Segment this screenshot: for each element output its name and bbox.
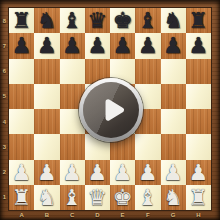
file-label-c: C — [60, 210, 85, 220]
square-a1: ♜ — [9, 185, 34, 210]
piece-black-pawn: ♟ — [163, 33, 183, 58]
square-b2: ♟ — [34, 160, 59, 185]
square-h4 — [186, 109, 211, 134]
square-f1: ♝ — [135, 185, 160, 210]
play-icon — [97, 94, 129, 126]
piece-white-pawn: ♟ — [37, 160, 57, 185]
square-b4 — [34, 109, 59, 134]
square-a8: ♜ — [9, 8, 34, 33]
chess-video-thumbnail: ♜♞♝♛♚♝♞♜♟♟♟♟♟♟♟♟♟♟♟♟♟♟♟♟♜♞♝♛♚♝♞♜ 8765432… — [0, 0, 220, 220]
piece-black-pawn: ♟ — [62, 33, 82, 58]
piece-black-pawn: ♟ — [12, 33, 32, 58]
piece-white-pawn: ♟ — [12, 160, 32, 185]
square-e8: ♚ — [110, 8, 135, 33]
square-g2: ♟ — [161, 160, 186, 185]
square-h8: ♜ — [186, 8, 211, 33]
piece-white-queen: ♛ — [88, 185, 108, 210]
square-a6 — [9, 59, 34, 84]
square-h5 — [186, 84, 211, 109]
rank-label-4: 4 — [0, 109, 9, 134]
square-e2: ♟ — [110, 160, 135, 185]
piece-white-pawn: ♟ — [189, 160, 209, 185]
piece-white-pawn: ♟ — [163, 160, 183, 185]
square-g6 — [161, 59, 186, 84]
piece-black-pawn: ♟ — [113, 33, 133, 58]
rank-label-6: 6 — [0, 59, 9, 84]
piece-black-pawn: ♟ — [189, 33, 209, 58]
rank-label-5: 5 — [0, 84, 9, 109]
play-button-face — [83, 82, 139, 138]
piece-black-rook: ♜ — [189, 8, 209, 33]
square-a7: ♟ — [9, 33, 34, 58]
square-f8: ♝ — [135, 8, 160, 33]
square-a5 — [9, 84, 34, 109]
square-e7: ♟ — [110, 33, 135, 58]
piece-black-queen: ♛ — [88, 8, 108, 33]
square-b5 — [34, 84, 59, 109]
square-d8: ♛ — [85, 8, 110, 33]
square-h6 — [186, 59, 211, 84]
square-c7: ♟ — [60, 33, 85, 58]
square-c2: ♟ — [60, 160, 85, 185]
file-label-d: D — [85, 210, 110, 220]
square-a4 — [9, 109, 34, 134]
square-b3 — [34, 134, 59, 159]
piece-white-rook: ♜ — [12, 185, 32, 210]
square-b7: ♟ — [34, 33, 59, 58]
piece-black-pawn: ♟ — [138, 33, 158, 58]
square-c3 — [60, 134, 85, 159]
rank-label-2: 2 — [0, 160, 9, 185]
square-g3 — [161, 134, 186, 159]
file-label-a: A — [9, 210, 34, 220]
square-c8: ♝ — [60, 8, 85, 33]
piece-white-king: ♚ — [113, 185, 133, 210]
piece-black-king: ♚ — [113, 8, 133, 33]
square-a3 — [9, 134, 34, 159]
piece-white-pawn: ♟ — [138, 160, 158, 185]
piece-white-pawn: ♟ — [62, 160, 82, 185]
rank-label-8: 8 — [0, 8, 9, 33]
rank-label-1: 1 — [0, 185, 9, 210]
piece-white-knight: ♞ — [37, 185, 57, 210]
square-g8: ♞ — [161, 8, 186, 33]
square-d2: ♟ — [85, 160, 110, 185]
rank-label-3: 3 — [0, 134, 9, 159]
rank-label-7: 7 — [0, 33, 9, 58]
piece-white-pawn: ♟ — [88, 160, 108, 185]
square-h3 — [186, 134, 211, 159]
piece-black-bishop: ♝ — [62, 8, 82, 33]
piece-black-pawn: ♟ — [88, 33, 108, 58]
square-b1: ♞ — [34, 185, 59, 210]
piece-white-rook: ♜ — [189, 185, 209, 210]
square-h1: ♜ — [186, 185, 211, 210]
piece-black-knight: ♞ — [163, 8, 183, 33]
square-g1: ♞ — [161, 185, 186, 210]
file-label-h: H — [186, 210, 211, 220]
square-c1: ♝ — [60, 185, 85, 210]
square-b6 — [34, 59, 59, 84]
square-f7: ♟ — [135, 33, 160, 58]
square-a2: ♟ — [9, 160, 34, 185]
square-h2: ♟ — [186, 160, 211, 185]
square-g7: ♟ — [161, 33, 186, 58]
piece-white-bishop: ♝ — [138, 185, 158, 210]
piece-black-rook: ♜ — [12, 8, 32, 33]
square-b8: ♞ — [34, 8, 59, 33]
piece-white-pawn: ♟ — [113, 160, 133, 185]
square-g5 — [161, 84, 186, 109]
square-f2: ♟ — [135, 160, 160, 185]
square-e1: ♚ — [110, 185, 135, 210]
file-label-g: G — [161, 210, 186, 220]
piece-black-bishop: ♝ — [138, 8, 158, 33]
file-label-e: E — [110, 210, 135, 220]
piece-white-knight: ♞ — [163, 185, 183, 210]
play-button[interactable] — [79, 78, 143, 142]
square-f3 — [135, 134, 160, 159]
file-label-b: B — [34, 210, 59, 220]
square-f6 — [135, 59, 160, 84]
square-d1: ♛ — [85, 185, 110, 210]
piece-black-pawn: ♟ — [37, 33, 57, 58]
square-d7: ♟ — [85, 33, 110, 58]
piece-white-bishop: ♝ — [62, 185, 82, 210]
piece-black-knight: ♞ — [37, 8, 57, 33]
square-h7: ♟ — [186, 33, 211, 58]
square-c6 — [60, 59, 85, 84]
file-label-f: F — [135, 210, 160, 220]
square-g4 — [161, 109, 186, 134]
